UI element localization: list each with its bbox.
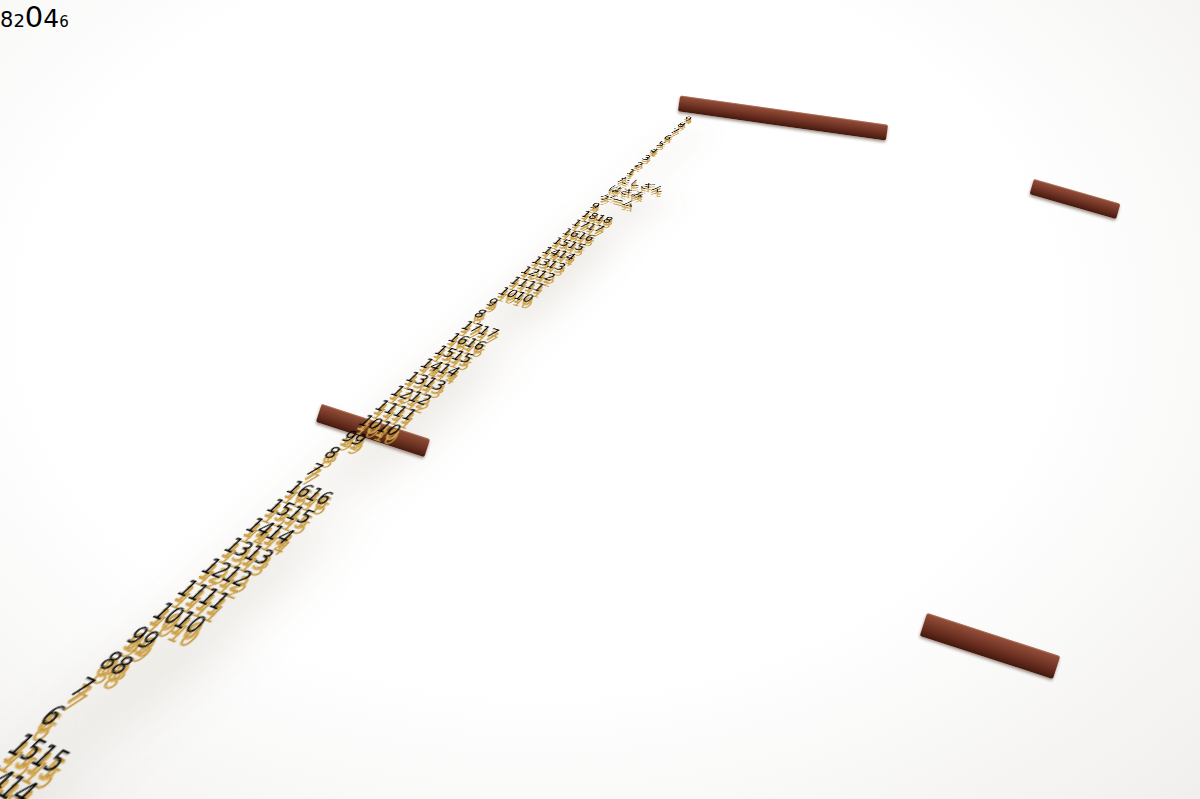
cell-number: 7 — [300, 460, 328, 481]
die-face-digit: 8 — [0, 8, 13, 32]
die-face-digit: 0 — [25, 0, 43, 34]
die-face-digit: 2 — [13, 10, 24, 31]
photo-stage: 987654321たしざんはさみゲーム918181717161615151414… — [0, 0, 1200, 799]
die-face-digit: 6 — [59, 13, 69, 31]
board-surface: 987654321たしざんはさみゲーム918181717161615151414… — [348, 115, 1102, 658]
cell-number: 7 — [62, 672, 102, 704]
game-board: 987654321たしざんはさみゲーム918181717161615151414… — [348, 115, 1102, 658]
die-face-digit: 4 — [43, 4, 59, 33]
number-die[interactable]: 82046 — [0, 0, 1200, 34]
cell-number: 8 — [318, 443, 345, 463]
cell-number: 6 — [31, 699, 73, 733]
